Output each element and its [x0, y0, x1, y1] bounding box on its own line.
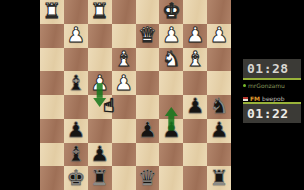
white-rook[interactable]: ♜ — [90, 1, 109, 22]
black-knight[interactable]: ♞ — [210, 96, 229, 117]
square-g1[interactable] — [64, 0, 88, 24]
square-d8[interactable]: ♛ — [136, 166, 160, 190]
square-h7[interactable] — [40, 143, 64, 167]
square-c4[interactable] — [159, 71, 183, 95]
square-c3[interactable]: ♞ — [159, 48, 183, 72]
black-queen[interactable]: ♛ — [138, 167, 157, 188]
black-king[interactable]: ♚ — [66, 167, 85, 188]
square-h4[interactable] — [40, 71, 64, 95]
square-b7[interactable] — [183, 143, 207, 167]
white-bishop[interactable]: ♝ — [186, 48, 205, 69]
white-pawn[interactable]: ♟ — [114, 72, 133, 93]
square-h5[interactable] — [40, 95, 64, 119]
left-letterbox — [0, 0, 40, 190]
square-e8[interactable] — [112, 166, 136, 190]
white-bishop[interactable]: ♝ — [114, 48, 133, 69]
square-b1[interactable] — [183, 0, 207, 24]
square-f4[interactable]: ♟ — [88, 71, 112, 95]
white-knight[interactable]: ♞ — [162, 48, 181, 69]
square-e3[interactable]: ♝ — [112, 48, 136, 72]
square-e4[interactable]: ♟ — [112, 71, 136, 95]
square-h2[interactable] — [40, 24, 64, 48]
black-rook[interactable]: ♜ — [90, 167, 109, 188]
square-a4[interactable] — [207, 71, 231, 95]
square-e1[interactable] — [112, 0, 136, 24]
white-pawn[interactable]: ♟ — [90, 72, 109, 93]
square-f7[interactable]: ♟ — [88, 143, 112, 167]
square-b2[interactable]: ♟ — [183, 24, 207, 48]
white-rook[interactable]: ♜ — [43, 1, 62, 22]
white-queen[interactable]: ♛ — [138, 25, 157, 46]
square-e2[interactable] — [112, 24, 136, 48]
square-e5[interactable] — [112, 95, 136, 119]
black-pawn[interactable]: ♟ — [66, 120, 85, 141]
square-f1[interactable]: ♜ — [88, 0, 112, 24]
square-e7[interactable] — [112, 143, 136, 167]
square-b4[interactable] — [183, 71, 207, 95]
top-time-bar — [243, 78, 301, 80]
board[interactable]: ♜♜♚♟♛♟♟♟♝♞♝♝♟♟♟♞♟♟♟♟♝♟♚♜♛♜ — [40, 0, 231, 190]
square-g4[interactable]: ♝ — [64, 71, 88, 95]
online-dot-icon — [243, 84, 246, 87]
square-g5[interactable] — [64, 95, 88, 119]
square-h3[interactable] — [40, 48, 64, 72]
top-player-name-row[interactable]: mrGonzamu — [243, 82, 303, 89]
game-screen: ♜♜♚♟♛♟♟♟♝♞♝♝♟♟♟♞♟♟♟♟♝♟♚♜♛♜ ☝ 01:28 mrGon… — [0, 0, 304, 190]
hand-pointer-icon: ☝ — [103, 94, 115, 116]
square-d4[interactable] — [136, 71, 160, 95]
square-c7[interactable] — [159, 143, 183, 167]
square-f2[interactable] — [88, 24, 112, 48]
black-bishop[interactable]: ♝ — [66, 143, 85, 164]
black-pawn[interactable]: ♟ — [162, 120, 181, 141]
bottom-player-name-row[interactable]: FM beepob — [243, 95, 303, 102]
square-d7[interactable] — [136, 143, 160, 167]
black-pawn[interactable]: ♟ — [210, 120, 229, 141]
square-e6[interactable] — [112, 119, 136, 143]
white-pawn[interactable]: ♟ — [186, 25, 205, 46]
square-f3[interactable] — [88, 48, 112, 72]
square-a7[interactable] — [207, 143, 231, 167]
square-h6[interactable] — [40, 119, 64, 143]
square-g7[interactable]: ♝ — [64, 143, 88, 167]
square-a8[interactable]: ♜ — [207, 166, 231, 190]
white-pawn[interactable]: ♟ — [210, 25, 229, 46]
square-b6[interactable] — [183, 119, 207, 143]
square-d6[interactable]: ♟ — [136, 119, 160, 143]
square-g2[interactable]: ♟ — [64, 24, 88, 48]
square-a6[interactable]: ♟ — [207, 119, 231, 143]
square-c2[interactable]: ♟ — [159, 24, 183, 48]
top-player-name: mrGonzamu — [248, 82, 285, 89]
square-d3[interactable] — [136, 48, 160, 72]
square-g8[interactable]: ♚ — [64, 166, 88, 190]
bottom-player-name: beepob — [262, 95, 284, 102]
flag-icon — [243, 97, 248, 101]
square-g3[interactable] — [64, 48, 88, 72]
square-c5[interactable] — [159, 95, 183, 119]
black-rook[interactable]: ♜ — [210, 167, 229, 188]
bottom-player-clock: 01:22 — [243, 104, 301, 123]
black-pawn[interactable]: ♟ — [90, 143, 109, 164]
side-panel: 01:28 mrGonzamu FM beepob 01:22 — [231, 0, 304, 190]
square-c1[interactable]: ♚ — [159, 0, 183, 24]
square-b8[interactable] — [183, 166, 207, 190]
black-pawn[interactable]: ♟ — [138, 120, 157, 141]
square-a1[interactable] — [207, 0, 231, 24]
square-b3[interactable]: ♝ — [183, 48, 207, 72]
square-a3[interactable] — [207, 48, 231, 72]
square-c8[interactable] — [159, 166, 183, 190]
square-d5[interactable] — [136, 95, 160, 119]
square-a2[interactable]: ♟ — [207, 24, 231, 48]
white-king[interactable]: ♚ — [162, 1, 181, 22]
square-d1[interactable] — [136, 0, 160, 24]
black-bishop[interactable]: ♝ — [66, 72, 85, 93]
square-f6[interactable] — [88, 119, 112, 143]
square-h8[interactable] — [40, 166, 64, 190]
square-h1[interactable]: ♜ — [40, 0, 64, 24]
square-b5[interactable]: ♟ — [183, 95, 207, 119]
white-pawn[interactable]: ♟ — [66, 25, 85, 46]
black-pawn[interactable]: ♟ — [186, 96, 205, 117]
top-player-clock: 01:28 — [243, 59, 301, 78]
square-c6[interactable]: ♟ — [159, 119, 183, 143]
square-a5[interactable]: ♞ — [207, 95, 231, 119]
square-g6[interactable]: ♟ — [64, 119, 88, 143]
square-d2[interactable]: ♛ — [136, 24, 160, 48]
square-f8[interactable]: ♜ — [88, 166, 112, 190]
white-pawn[interactable]: ♟ — [162, 25, 181, 46]
bottom-player-title: FM — [250, 95, 260, 102]
